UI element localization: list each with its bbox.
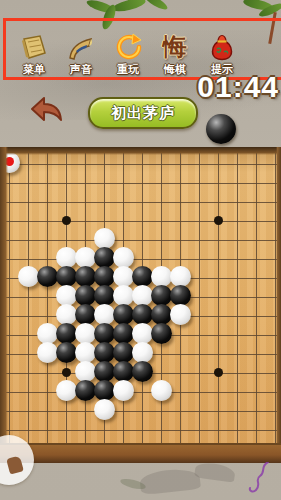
turn-indicator-black-stone — [206, 114, 236, 144]
white-stone[interactable] — [75, 247, 96, 268]
board-cell[interactable] — [19, 211, 38, 230]
board-cell[interactable] — [38, 287, 57, 306]
board-cell[interactable] — [38, 211, 57, 230]
replay-arrow-icon — [112, 31, 144, 63]
hui-character-icon: 悔 — [159, 31, 191, 63]
board-cell[interactable] — [209, 382, 228, 401]
board-cell[interactable] — [171, 363, 190, 382]
black-stone[interactable] — [94, 323, 115, 344]
board-cell[interactable] — [247, 363, 266, 382]
board-cell[interactable] — [247, 268, 266, 287]
sound-label: 声音 — [70, 63, 92, 75]
board-cell[interactable] — [57, 173, 76, 192]
board-cell[interactable] — [247, 211, 266, 230]
board-cell[interactable] — [38, 420, 57, 439]
board-cell[interactable] — [209, 173, 228, 192]
red-pouch-icon — [206, 31, 238, 63]
black-stone[interactable] — [75, 380, 96, 401]
board-cell[interactable] — [19, 192, 38, 211]
white-stone[interactable] — [56, 380, 77, 401]
board-cell[interactable] — [190, 287, 209, 306]
board-cell[interactable] — [228, 306, 247, 325]
gomoku-board[interactable] — [0, 147, 281, 463]
board-cell[interactable] — [152, 230, 171, 249]
board-cell[interactable] — [209, 363, 228, 382]
ink-branch — [139, 467, 201, 495]
board-cell[interactable] — [152, 344, 171, 363]
black-stone[interactable] — [56, 266, 77, 287]
bottom-artwork — [0, 462, 281, 500]
board-cell[interactable] — [171, 325, 190, 344]
white-stone[interactable] — [37, 323, 58, 344]
black-stone[interactable] — [75, 266, 96, 287]
white-stone[interactable] — [94, 399, 115, 420]
black-stone[interactable] — [75, 304, 96, 325]
replay-button[interactable]: 重玩 — [108, 31, 148, 75]
black-stone[interactable] — [170, 285, 191, 306]
board-cell[interactable] — [133, 173, 152, 192]
board-cell[interactable] — [152, 192, 171, 211]
white-stone[interactable] — [56, 247, 77, 268]
board-cell[interactable] — [247, 344, 266, 363]
board-cell[interactable] — [114, 173, 133, 192]
menu-label: 菜单 — [23, 63, 45, 75]
black-stone[interactable] — [37, 266, 58, 287]
black-stone[interactable] — [113, 342, 134, 363]
board-cell[interactable] — [209, 401, 228, 420]
board-cell[interactable] — [228, 382, 247, 401]
black-stone[interactable] — [113, 304, 134, 325]
board-cell[interactable] — [57, 382, 76, 401]
board-cell[interactable] — [209, 268, 228, 287]
black-stone[interactable] — [94, 342, 115, 363]
horn-icon — [65, 31, 97, 63]
board-cell[interactable] — [228, 154, 247, 173]
board-cell[interactable] — [19, 173, 38, 192]
white-stone[interactable] — [170, 266, 191, 287]
board-cell[interactable] — [171, 173, 190, 192]
black-stone[interactable] — [94, 361, 115, 382]
board-cell[interactable] — [133, 230, 152, 249]
board-cell[interactable] — [133, 382, 152, 401]
board-cell[interactable] — [228, 249, 247, 268]
board-cell[interactable] — [133, 420, 152, 439]
board-edge-bottom — [0, 443, 281, 463]
white-stone[interactable] — [56, 304, 77, 325]
white-stone[interactable] — [151, 266, 172, 287]
board-cell[interactable] — [19, 287, 38, 306]
black-stone[interactable] — [94, 285, 115, 306]
board-cell[interactable] — [152, 401, 171, 420]
board-cell[interactable] — [114, 420, 133, 439]
board-cell[interactable] — [19, 154, 38, 173]
board-cell[interactable] — [190, 173, 209, 192]
board-cell[interactable] — [247, 173, 266, 192]
black-stone[interactable] — [151, 285, 172, 306]
black-stone[interactable] — [75, 285, 96, 306]
white-stone[interactable] — [113, 380, 134, 401]
board-cell[interactable] — [190, 249, 209, 268]
board-cell[interactable] — [76, 154, 95, 173]
board-cell[interactable] — [114, 211, 133, 230]
board-cell[interactable] — [76, 420, 95, 439]
white-stone[interactable] — [75, 361, 96, 382]
black-stone[interactable] — [151, 323, 172, 344]
black-stone[interactable] — [132, 304, 153, 325]
board-cell[interactable] — [247, 420, 266, 439]
board-cell[interactable] — [228, 211, 247, 230]
board-cell[interactable] — [19, 363, 38, 382]
star-point — [214, 368, 223, 377]
board-cell[interactable] — [228, 192, 247, 211]
board-cell[interactable] — [228, 420, 247, 439]
board-cell[interactable] — [190, 420, 209, 439]
replay-label: 重玩 — [117, 63, 139, 75]
white-stone[interactable] — [94, 228, 115, 249]
board-cell[interactable] — [247, 287, 266, 306]
board-cell[interactable] — [190, 306, 209, 325]
board-cell[interactable] — [38, 363, 57, 382]
board-cell[interactable] — [152, 420, 171, 439]
white-stone[interactable] — [113, 266, 134, 287]
board-cell[interactable] — [57, 401, 76, 420]
board-cell[interactable] — [171, 154, 190, 173]
board-cell[interactable] — [38, 344, 57, 363]
board-cell[interactable] — [76, 382, 95, 401]
board-cell[interactable] — [247, 154, 266, 173]
board-cell[interactable] — [171, 211, 190, 230]
board-cell[interactable] — [152, 173, 171, 192]
black-stone[interactable] — [94, 266, 115, 287]
star-point — [214, 216, 223, 225]
board-cell[interactable] — [133, 192, 152, 211]
board-cell[interactable] — [228, 344, 247, 363]
board-cell[interactable] — [19, 401, 38, 420]
board-cell[interactable] — [38, 268, 57, 287]
black-stone[interactable] — [56, 323, 77, 344]
board-edge-right — [276, 147, 281, 463]
board-cell[interactable] — [57, 154, 76, 173]
board-grid — [0, 154, 281, 439]
board-cell[interactable] — [38, 192, 57, 211]
board-cell[interactable] — [190, 363, 209, 382]
board-cell[interactable] — [95, 192, 114, 211]
bamboo-leaf-icon — [111, 0, 146, 14]
board-cell[interactable] — [38, 401, 57, 420]
board-cell[interactable] — [19, 268, 38, 287]
board-cell[interactable] — [19, 306, 38, 325]
board-cell[interactable] — [171, 192, 190, 211]
game-screen: 菜单 声音 重玩 悔 — [0, 0, 281, 500]
board-cell[interactable] — [190, 268, 209, 287]
board-cell[interactable] — [228, 325, 247, 344]
white-stone[interactable] — [113, 285, 134, 306]
menu-button[interactable]: 菜单 — [14, 31, 54, 75]
black-stone[interactable] — [113, 361, 134, 382]
board-cell[interactable] — [209, 154, 228, 173]
back-button[interactable] — [28, 94, 66, 128]
board-cell[interactable] — [247, 325, 266, 344]
board-cell[interactable] — [19, 382, 38, 401]
board-cell[interactable] — [190, 382, 209, 401]
board-cell[interactable] — [95, 154, 114, 173]
board-cell[interactable] — [133, 363, 152, 382]
board-cell[interactable] — [114, 192, 133, 211]
level-button[interactable]: 初出茅庐 — [88, 97, 198, 129]
board-cell[interactable] — [19, 230, 38, 249]
board-cell[interactable] — [209, 211, 228, 230]
board-cell[interactable] — [228, 268, 247, 287]
board-cell[interactable] — [133, 154, 152, 173]
board-cell[interactable] — [76, 173, 95, 192]
board-cell[interactable] — [133, 401, 152, 420]
board-cell[interactable] — [19, 344, 38, 363]
board-cell[interactable] — [209, 192, 228, 211]
board-cell[interactable] — [190, 325, 209, 344]
white-stone[interactable] — [75, 342, 96, 363]
board-cell[interactable] — [209, 325, 228, 344]
star-point — [62, 368, 71, 377]
star-point — [62, 216, 71, 225]
board-cell[interactable] — [19, 325, 38, 344]
board-cell[interactable] — [38, 154, 57, 173]
board-cell[interactable] — [190, 344, 209, 363]
board-cell[interactable] — [247, 401, 266, 420]
board-cell[interactable] — [76, 401, 95, 420]
board-cell[interactable] — [190, 192, 209, 211]
level-label: 初出茅庐 — [111, 104, 175, 123]
black-stone[interactable] — [132, 266, 153, 287]
sound-button[interactable]: 声音 — [61, 31, 101, 75]
board-cell[interactable] — [247, 306, 266, 325]
board-cell[interactable] — [114, 154, 133, 173]
board-cell[interactable] — [228, 173, 247, 192]
board-cell[interactable] — [152, 154, 171, 173]
bamboo-leaf-icon — [143, 0, 170, 12]
board-cell[interactable] — [190, 230, 209, 249]
board-cell[interactable] — [114, 401, 133, 420]
ink-branch — [194, 462, 236, 483]
black-stone[interactable] — [113, 323, 134, 344]
board-cell[interactable] — [190, 154, 209, 173]
board-cell[interactable] — [19, 420, 38, 439]
white-stone[interactable] — [170, 304, 191, 325]
board-cell[interactable] — [152, 211, 171, 230]
board-cell[interactable] — [209, 249, 228, 268]
white-stone[interactable] — [18, 266, 39, 287]
board-cell[interactable] — [247, 249, 266, 268]
board-cell[interactable] — [76, 211, 95, 230]
board-cell[interactable] — [171, 344, 190, 363]
board-cell[interactable] — [209, 287, 228, 306]
white-stone[interactable] — [132, 342, 153, 363]
board-cell[interactable] — [171, 382, 190, 401]
white-stone[interactable] — [94, 304, 115, 325]
board-cell[interactable] — [171, 306, 190, 325]
hint-button[interactable]: 提示 — [202, 31, 242, 75]
board-edge-top — [0, 147, 281, 155]
board-cell[interactable] — [228, 401, 247, 420]
white-stone[interactable] — [56, 285, 77, 306]
board-cell[interactable] — [95, 173, 114, 192]
hui-glyph: 悔 — [163, 33, 187, 61]
board-cell[interactable] — [57, 211, 76, 230]
back-arrow-icon — [28, 94, 66, 128]
board-edge-left — [0, 147, 8, 463]
board-cell[interactable] — [190, 401, 209, 420]
board-cell[interactable] — [38, 382, 57, 401]
undo-button[interactable]: 悔 悔棋 — [155, 31, 195, 75]
board-cell[interactable] — [133, 211, 152, 230]
board-cell[interactable] — [95, 420, 114, 439]
board-cell[interactable] — [95, 401, 114, 420]
white-stone[interactable] — [113, 247, 134, 268]
board-cell[interactable] — [228, 230, 247, 249]
board-cell[interactable] — [76, 192, 95, 211]
board-cell[interactable] — [247, 230, 266, 249]
board-cell[interactable] — [171, 420, 190, 439]
board-cell[interactable] — [228, 363, 247, 382]
scroll-icon — [18, 31, 50, 63]
white-stone[interactable] — [151, 380, 172, 401]
board-cell[interactable] — [114, 382, 133, 401]
board-cell[interactable] — [247, 382, 266, 401]
board-cell[interactable] — [209, 306, 228, 325]
board-cell[interactable] — [57, 344, 76, 363]
board-cell[interactable] — [247, 192, 266, 211]
white-stone[interactable] — [132, 285, 153, 306]
board-cell[interactable] — [171, 230, 190, 249]
board-cell[interactable] — [209, 420, 228, 439]
black-stone[interactable] — [94, 380, 115, 401]
board-cell[interactable] — [38, 230, 57, 249]
purple-squiggle-icon — [242, 462, 276, 496]
black-stone[interactable] — [132, 361, 153, 382]
board-cell[interactable] — [209, 344, 228, 363]
black-stone[interactable] — [94, 247, 115, 268]
board-cell[interactable] — [57, 420, 76, 439]
board-cell[interactable] — [209, 230, 228, 249]
white-stone[interactable] — [132, 323, 153, 344]
board-cell[interactable] — [190, 211, 209, 230]
white-stone[interactable] — [75, 323, 96, 344]
board-cell[interactable] — [152, 325, 171, 344]
board-cell[interactable] — [228, 287, 247, 306]
board-cell[interactable] — [57, 192, 76, 211]
black-stone[interactable] — [56, 342, 77, 363]
white-stone[interactable] — [37, 342, 58, 363]
board-cell[interactable] — [38, 173, 57, 192]
board-cell[interactable] — [171, 401, 190, 420]
board-cell[interactable] — [152, 382, 171, 401]
black-stone[interactable] — [151, 304, 172, 325]
